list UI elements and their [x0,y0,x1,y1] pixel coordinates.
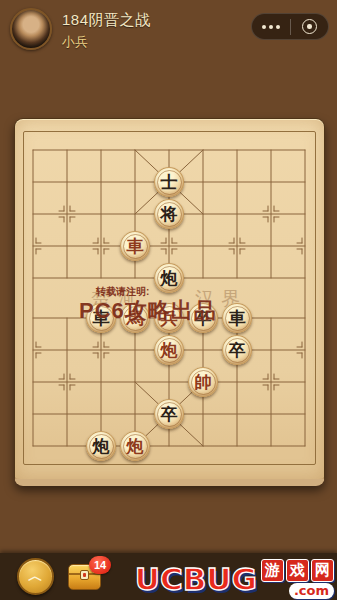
logo-com: .com [289,583,334,599]
piece-red-車[interactable]: 車 [120,231,150,261]
level-rank: 小兵 [62,33,88,51]
target-circle-icon [302,19,317,34]
logo-cn-char: 游 [261,559,284,582]
ucbug-watermark: UCBUG 游戏网 .com [135,559,334,599]
bottom-bar: ︿ 14 UCBUG 游戏网 .com [0,553,337,600]
piece-black-士[interactable]: 士 [154,167,184,197]
xiangqi-board: 楚河 汉界 士将車炮車馬兵卒車炮卒帥卒炮炮 转载请注明: PC6攻略出品 [14,118,325,486]
logo-cn-char: 戏 [286,559,309,582]
level-title: 184阴晋之战 [62,11,151,30]
logo-right: 游戏网 .com [261,559,334,599]
collapse-button[interactable]: ︿ [17,558,54,595]
header: 184阴晋之战 小兵 [0,0,337,60]
piece-black-炮[interactable]: 炮 [154,263,184,293]
exit-button[interactable] [291,14,329,39]
piece-black-将[interactable]: 将 [154,199,184,229]
screen: { "game": "xiangqi", "position": "9/4a4/… [0,0,337,600]
treasure-chest-button[interactable]: 14 [66,561,104,592]
logo-cn-row: 游戏网 [261,559,334,582]
piece-black-卒[interactable]: 卒 [222,335,252,365]
piece-red-馬[interactable]: 馬 [120,303,150,333]
logo-letter: C [160,564,182,595]
logo-letters: UCBUG [135,564,257,595]
piece-black-車[interactable]: 車 [86,303,116,333]
piece-red-炮[interactable]: 炮 [120,431,150,461]
logo-letter: U [135,564,159,595]
avatar [10,8,52,50]
notification-badge: 14 [89,556,111,574]
piece-red-炮[interactable]: 炮 [154,335,184,365]
logo-letter: G [232,564,256,595]
chest-gem [83,573,86,577]
wechat-capsule [251,13,329,40]
logo-letter: B [183,564,206,595]
logo-cn-char: 网 [311,559,334,582]
piece-black-車[interactable]: 車 [222,303,252,333]
piece-black-卒[interactable]: 卒 [188,303,218,333]
piece-red-兵[interactable]: 兵 [154,303,184,333]
more-button[interactable] [252,14,290,39]
more-dots-icon [262,25,280,29]
chevron-up-icon: ︿ [28,567,43,586]
piece-black-炮[interactable]: 炮 [86,431,116,461]
piece-red-帥[interactable]: 帥 [188,367,218,397]
piece-black-卒[interactable]: 卒 [154,399,184,429]
logo-letter: U [206,564,230,595]
